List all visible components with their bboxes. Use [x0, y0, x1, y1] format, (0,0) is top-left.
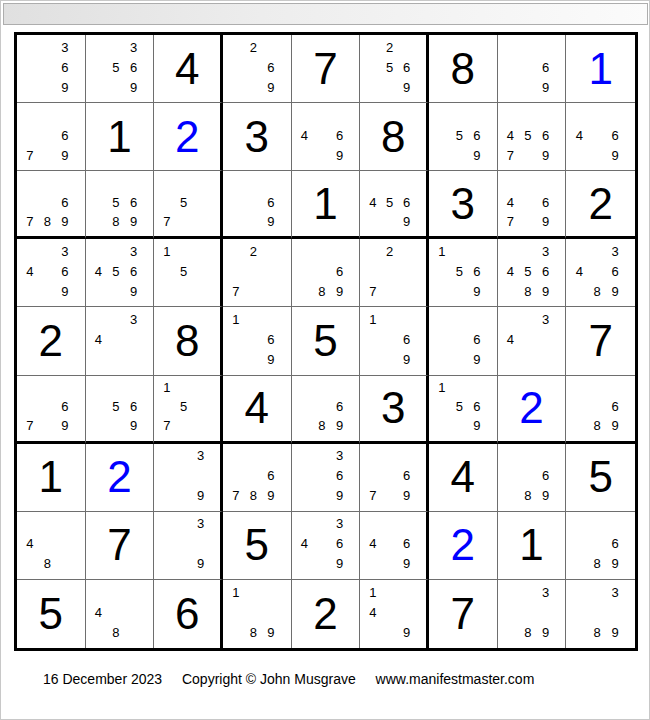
pencil-digit-3: 3 — [192, 446, 209, 466]
pencil-marks: 679 — [21, 378, 74, 436]
pencil-marks: 689 — [296, 241, 349, 301]
given-digit: 8 — [429, 35, 497, 102]
pencil-digit-7: 7 — [21, 416, 39, 435]
pencil-marks: 3569 — [90, 37, 143, 97]
cell-r6c2[interactable]: 569 — [86, 376, 155, 444]
cell-r8c5[interactable]: 3469 — [292, 512, 361, 580]
pencil-digit-8: 8 — [313, 416, 331, 435]
pencil-marks: 469 — [296, 105, 349, 165]
cell-r6c4[interactable]: 4 — [223, 376, 292, 444]
pencil-digit-8: 8 — [107, 623, 125, 643]
pencil-digit-6: 6 — [398, 466, 415, 486]
pencil-digit-8: 8 — [245, 623, 263, 643]
pencil-digit-3: 3 — [606, 241, 624, 261]
pencil-digit-9: 9 — [537, 77, 555, 97]
cell-r7c4[interactable]: 6789 — [223, 444, 292, 512]
pencil-digit-9: 9 — [398, 212, 415, 231]
pencil-digit-9: 9 — [262, 623, 280, 643]
pencil-marks: 6789 — [21, 173, 74, 231]
sudoku-page: { "game": "sudoku", "position": "..4.7.8… — [0, 0, 650, 720]
cell-r7c8[interactable]: 689 — [498, 444, 567, 512]
pencil-marks: 149 — [364, 582, 415, 643]
cell-r4c2[interactable]: 34569 — [86, 239, 155, 307]
pencil-digit-4: 4 — [502, 193, 520, 212]
pencil-digit-9: 9 — [606, 416, 624, 435]
pencil-digit-9: 9 — [398, 554, 415, 574]
cell-r3c6[interactable]: 4569 — [360, 171, 429, 239]
pencil-digit-9: 9 — [262, 350, 280, 370]
pencil-digit-9: 9 — [125, 212, 143, 231]
cell-r4c6[interactable]: 27 — [360, 239, 429, 307]
pencil-digit-9: 9 — [125, 416, 143, 435]
pencil-digit-5: 5 — [107, 261, 125, 281]
pencil-digit-7: 7 — [158, 212, 175, 231]
given-digit: 4 — [223, 376, 291, 441]
cell-r2c9[interactable]: 469 — [566, 103, 635, 171]
pencil-marks: 69 — [227, 173, 280, 231]
pencil-digit-9: 9 — [606, 281, 624, 301]
cell-r8c2[interactable]: 7 — [86, 512, 155, 580]
cell-r1c3[interactable]: 4 — [154, 35, 223, 103]
pencil-digit-8: 8 — [588, 623, 606, 643]
cell-r6c1[interactable]: 679 — [17, 376, 86, 444]
pencil-digit-9: 9 — [56, 212, 74, 231]
given-digit: 4 — [429, 444, 497, 511]
cell-r6c9[interactable]: 689 — [566, 376, 635, 444]
cell-r7c5[interactable]: 369 — [292, 444, 361, 512]
cell-r9c4[interactable]: 189 — [223, 580, 292, 648]
pencil-digit-6: 6 — [606, 125, 624, 145]
pencil-digit-9: 9 — [262, 77, 280, 97]
cell-r7c3[interactable]: 39 — [154, 444, 223, 512]
pencil-digit-4: 4 — [364, 534, 381, 554]
pencil-digit-7: 7 — [21, 212, 39, 231]
pencil-marks: 269 — [227, 37, 280, 97]
pencil-digit-7: 7 — [227, 486, 245, 506]
cell-r9c3[interactable]: 6 — [154, 580, 223, 648]
cell-r8c8[interactable]: 1 — [498, 512, 567, 580]
pencil-digit-9: 9 — [125, 281, 143, 301]
pencil-digit-1: 1 — [227, 309, 245, 329]
pencil-digit-9: 9 — [398, 486, 415, 506]
pencil-digit-9: 9 — [468, 281, 486, 301]
pencil-digit-9: 9 — [606, 623, 624, 643]
cell-r4c5[interactable]: 689 — [292, 239, 361, 307]
pencil-digit-9: 9 — [537, 486, 555, 506]
pencil-digit-9: 9 — [56, 77, 74, 97]
pencil-digit-9: 9 — [537, 281, 555, 301]
pencil-marks: 345689 — [502, 241, 555, 301]
pencil-marks: 679 — [364, 446, 415, 506]
pencil-marks: 389 — [570, 582, 624, 643]
pencil-digit-4: 4 — [90, 602, 108, 622]
cell-r5c9[interactable]: 7 — [566, 307, 635, 375]
pencil-digit-1: 1 — [158, 378, 175, 397]
pencil-digit-9: 9 — [192, 486, 209, 506]
pencil-digit-5: 5 — [519, 261, 537, 281]
given-digit: 7 — [566, 307, 635, 374]
pencil-digit-8: 8 — [588, 554, 606, 574]
pencil-digit-4: 4 — [502, 261, 520, 281]
cell-r5c4[interactable]: 169 — [223, 307, 292, 375]
pencil-digit-6: 6 — [262, 329, 280, 349]
cell-r4c4[interactable]: 27 — [223, 239, 292, 307]
pencil-digit-9: 9 — [262, 212, 280, 231]
pencil-digit-1: 1 — [364, 582, 381, 602]
pencil-digit-6: 6 — [537, 193, 555, 212]
pencil-digit-9: 9 — [398, 350, 415, 370]
pencil-digit-8: 8 — [313, 281, 331, 301]
pencil-digit-9: 9 — [537, 623, 555, 643]
cell-r3c7[interactable]: 3 — [429, 171, 498, 239]
pencil-marks: 34 — [90, 309, 143, 369]
cell-r2c1[interactable]: 679 — [17, 103, 86, 171]
given-digit: 8 — [360, 103, 426, 170]
pencil-digit-9: 9 — [468, 145, 486, 165]
sudoku-board: 3693569426972569869167912346985694567946… — [14, 32, 638, 651]
pencil-digit-6: 6 — [331, 125, 349, 145]
pencil-marks: 34 — [502, 309, 555, 369]
cell-r5c7[interactable]: 69 — [429, 307, 498, 375]
pencil-digit-6: 6 — [398, 329, 415, 349]
pencil-digit-8: 8 — [39, 554, 57, 574]
pencil-digit-4: 4 — [21, 261, 39, 281]
given-digit: 3 — [223, 103, 291, 170]
cell-r7c9[interactable]: 5 — [566, 444, 635, 512]
cell-r9c2[interactable]: 48 — [86, 580, 155, 648]
cell-r8c9[interactable]: 689 — [566, 512, 635, 580]
cell-r1c7[interactable]: 8 — [429, 35, 498, 103]
pencil-marks: 3469 — [21, 241, 74, 301]
pencil-digit-5: 5 — [107, 193, 125, 212]
pencil-marks: 45679 — [502, 105, 555, 165]
given-digit: 1 — [86, 103, 154, 170]
given-digit: 3 — [360, 376, 426, 441]
cell-r1c5[interactable]: 7 — [292, 35, 361, 103]
pencil-digit-3: 3 — [125, 37, 143, 57]
pencil-digit-4: 4 — [296, 125, 314, 145]
pencil-digit-1: 1 — [158, 241, 175, 261]
pencil-digit-8: 8 — [245, 486, 263, 506]
pencil-digit-9: 9 — [331, 281, 349, 301]
cell-r3c2[interactable]: 5689 — [86, 171, 155, 239]
given-digit: 7 — [292, 35, 360, 102]
pencil-digit-6: 6 — [262, 466, 280, 486]
pencil-digit-5: 5 — [175, 397, 192, 416]
cell-r8c3[interactable]: 39 — [154, 512, 223, 580]
cell-r2c8[interactable]: 45679 — [498, 103, 567, 171]
cell-r2c7[interactable]: 569 — [429, 103, 498, 171]
pencil-digit-6: 6 — [537, 125, 555, 145]
pencil-marks: 569 — [433, 105, 486, 165]
cell-r1c9[interactable]: 1 — [566, 35, 635, 103]
cell-r5c6[interactable]: 169 — [360, 307, 429, 375]
cell-r1c4[interactable]: 269 — [223, 35, 292, 103]
pencil-marks: 48 — [90, 582, 143, 643]
cell-r9c5[interactable]: 2 — [292, 580, 361, 648]
title-bar — [3, 3, 648, 25]
cell-r4c1[interactable]: 3469 — [17, 239, 86, 307]
pencil-marks: 69 — [502, 37, 555, 97]
pencil-marks: 169 — [364, 309, 415, 369]
pencil-marks: 689 — [570, 514, 624, 574]
cell-r3c4[interactable]: 69 — [223, 171, 292, 239]
cell-r5c2[interactable]: 34 — [86, 307, 155, 375]
footer-website[interactable]: www.manifestmaster.com — [376, 671, 535, 687]
cell-r6c5[interactable]: 689 — [292, 376, 361, 444]
pencil-digit-9: 9 — [537, 145, 555, 165]
cell-r2c6[interactable]: 8 — [360, 103, 429, 171]
pencil-digit-6: 6 — [606, 534, 624, 554]
cell-r1c8[interactable]: 69 — [498, 35, 567, 103]
given-digit: 2 — [566, 171, 635, 236]
pencil-digit-6: 6 — [125, 193, 143, 212]
cell-r2c3[interactable]: 2 — [154, 103, 223, 171]
pencil-marks: 3469 — [296, 514, 349, 574]
pencil-marks: 189 — [227, 582, 280, 643]
pencil-digit-3: 3 — [192, 514, 209, 534]
cell-r3c3[interactable]: 57 — [154, 171, 223, 239]
pencil-digit-5: 5 — [451, 125, 469, 145]
pencil-marks: 39 — [158, 446, 209, 506]
pencil-digit-9: 9 — [537, 212, 555, 231]
pencil-digit-7: 7 — [502, 145, 520, 165]
pencil-marks: 4679 — [502, 173, 555, 231]
pencil-digit-3: 3 — [331, 446, 349, 466]
pencil-digit-5: 5 — [381, 193, 398, 212]
given-digit: 7 — [86, 512, 154, 579]
pencil-digit-6: 6 — [56, 397, 74, 416]
pencil-marks: 69 — [433, 309, 486, 369]
footer-date: 16 December 2023 — [43, 671, 162, 687]
pencil-digit-8: 8 — [519, 623, 537, 643]
pencil-digit-6: 6 — [262, 57, 280, 77]
pencil-digit-9: 9 — [331, 554, 349, 574]
pencil-digit-5: 5 — [381, 57, 398, 77]
pencil-digit-6: 6 — [56, 57, 74, 77]
cell-r5c1[interactable]: 2 — [17, 307, 86, 375]
cell-r3c1[interactable]: 6789 — [17, 171, 86, 239]
given-digit: 1 — [292, 171, 360, 236]
pencil-digit-3: 3 — [537, 582, 555, 602]
cell-r7c2[interactable]: 2 — [86, 444, 155, 512]
pencil-digit-9: 9 — [468, 350, 486, 370]
cell-r1c2[interactable]: 3569 — [86, 35, 155, 103]
cell-r6c8[interactable]: 2 — [498, 376, 567, 444]
pencil-digit-8: 8 — [519, 486, 537, 506]
pencil-digit-6: 6 — [125, 261, 143, 281]
pencil-digit-7: 7 — [158, 416, 175, 435]
given-digit: 5 — [292, 307, 360, 374]
pencil-digit-6: 6 — [468, 261, 486, 281]
pencil-digit-9: 9 — [331, 486, 349, 506]
pencil-digit-9: 9 — [56, 416, 74, 435]
cell-r1c1[interactable]: 369 — [17, 35, 86, 103]
pencil-digit-3: 3 — [125, 309, 143, 329]
pencil-digit-6: 6 — [331, 466, 349, 486]
pencil-digit-8: 8 — [107, 212, 125, 231]
pencil-marks: 27 — [364, 241, 415, 301]
pencil-digit-5: 5 — [451, 397, 469, 416]
pencil-digit-9: 9 — [56, 145, 74, 165]
pencil-marks: 469 — [364, 514, 415, 574]
pencil-digit-6: 6 — [606, 397, 624, 416]
pencil-digit-9: 9 — [398, 77, 415, 97]
cell-r9c8[interactable]: 389 — [498, 580, 567, 648]
pencil-digit-4: 4 — [364, 602, 381, 622]
cell-r9c7[interactable]: 7 — [429, 580, 498, 648]
pencil-digit-5: 5 — [175, 193, 192, 212]
pencil-marks: 169 — [227, 309, 280, 369]
given-digit: 1 — [498, 512, 566, 579]
pencil-marks: 569 — [90, 378, 143, 436]
pencil-digit-6: 6 — [398, 57, 415, 77]
cell-r8c6[interactable]: 469 — [360, 512, 429, 580]
pencil-digit-3: 3 — [537, 241, 555, 261]
pencil-marks: 689 — [570, 378, 624, 436]
pencil-digit-5: 5 — [175, 261, 192, 281]
pencil-digit-9: 9 — [468, 416, 486, 435]
cell-r2c4[interactable]: 3 — [223, 103, 292, 171]
pencil-digit-6: 6 — [56, 125, 74, 145]
given-digit: 6 — [154, 580, 220, 648]
pencil-digit-7: 7 — [502, 212, 520, 231]
pencil-digit-7: 7 — [21, 145, 39, 165]
cell-r4c7[interactable]: 1569 — [429, 239, 498, 307]
pencil-digit-2: 2 — [381, 241, 398, 261]
cell-r7c7[interactable]: 4 — [429, 444, 498, 512]
cell-r5c8[interactable]: 34 — [498, 307, 567, 375]
pencil-digit-6: 6 — [468, 397, 486, 416]
pencil-digit-6: 6 — [606, 261, 624, 281]
footer-copyright: Copyright © John Musgrave — [182, 671, 356, 687]
cell-r9c9[interactable]: 389 — [566, 580, 635, 648]
cell-r3c8[interactable]: 4679 — [498, 171, 567, 239]
given-digit: 2 — [292, 580, 360, 648]
pencil-marks: 369 — [296, 446, 349, 506]
pencil-digit-3: 3 — [537, 309, 555, 329]
pencil-digit-9: 9 — [262, 486, 280, 506]
cell-r8c1[interactable]: 48 — [17, 512, 86, 580]
pencil-marks: 15 — [158, 241, 209, 301]
given-digit: 1 — [17, 444, 85, 511]
pencil-marks: 48 — [21, 514, 74, 574]
pencil-marks: 27 — [227, 241, 280, 301]
pencil-digit-6: 6 — [56, 193, 74, 212]
pencil-digit-3: 3 — [56, 37, 74, 57]
pencil-digit-1: 1 — [433, 378, 451, 397]
pencil-marks: 34689 — [570, 241, 624, 301]
pencil-digit-9: 9 — [398, 623, 415, 643]
pencil-digit-6: 6 — [331, 397, 349, 416]
cell-r2c2[interactable]: 1 — [86, 103, 155, 171]
given-digit: 2 — [17, 307, 85, 374]
cell-r8c7[interactable]: 2 — [429, 512, 498, 580]
pencil-digit-4: 4 — [570, 261, 588, 281]
pencil-digit-4: 4 — [570, 125, 588, 145]
pencil-digit-8: 8 — [588, 416, 606, 435]
pencil-marks: 679 — [21, 105, 74, 165]
given-digit: 5 — [566, 444, 635, 511]
pencil-digit-4: 4 — [364, 193, 381, 212]
cell-r3c5[interactable]: 1 — [292, 171, 361, 239]
cell-r7c6[interactable]: 679 — [360, 444, 429, 512]
given-digit: 3 — [429, 171, 497, 236]
cell-r4c8[interactable]: 345689 — [498, 239, 567, 307]
pencil-marks: 389 — [502, 582, 555, 643]
pencil-digit-9: 9 — [192, 554, 209, 574]
pencil-digit-1: 1 — [364, 309, 381, 329]
given-digit: 5 — [17, 580, 85, 648]
pencil-digit-3: 3 — [56, 241, 74, 261]
pencil-digit-6: 6 — [537, 57, 555, 77]
pencil-marks: 469 — [570, 105, 624, 165]
pencil-digit-4: 4 — [90, 329, 108, 349]
given-digit: 7 — [429, 580, 497, 648]
given-digit: 8 — [154, 307, 220, 374]
pencil-digit-4: 4 — [90, 261, 108, 281]
pencil-digit-2: 2 — [245, 37, 263, 57]
cell-r4c3[interactable]: 15 — [154, 239, 223, 307]
pencil-digit-2: 2 — [381, 37, 398, 57]
cell-r6c6[interactable]: 3 — [360, 376, 429, 444]
pencil-digit-9: 9 — [331, 416, 349, 435]
cell-r9c1[interactable]: 5 — [17, 580, 86, 648]
pencil-digit-6: 6 — [262, 193, 280, 212]
pencil-digit-5: 5 — [451, 261, 469, 281]
pencil-digit-5: 5 — [107, 57, 125, 77]
pencil-marks: 369 — [21, 37, 74, 97]
pencil-marks: 157 — [158, 378, 209, 436]
cell-r9c6[interactable]: 149 — [360, 580, 429, 648]
cell-r6c7[interactable]: 1569 — [429, 376, 498, 444]
footer: 16 December 2023 Copyright © John Musgra… — [43, 671, 534, 687]
pencil-digit-6: 6 — [398, 534, 415, 554]
cell-r4c9[interactable]: 34689 — [566, 239, 635, 307]
pencil-digit-6: 6 — [56, 261, 74, 281]
pencil-digit-1: 1 — [433, 241, 451, 261]
pencil-digit-9: 9 — [606, 554, 624, 574]
pencil-digit-4: 4 — [502, 329, 520, 349]
cell-r5c5[interactable]: 5 — [292, 307, 361, 375]
cell-r2c5[interactable]: 469 — [292, 103, 361, 171]
pencil-digit-7: 7 — [364, 486, 381, 506]
pencil-digit-2: 2 — [245, 241, 263, 261]
entered-digit: 2 — [154, 103, 220, 170]
pencil-digit-6: 6 — [537, 466, 555, 486]
cell-r1c6[interactable]: 2569 — [360, 35, 429, 103]
cell-r3c9[interactable]: 2 — [566, 171, 635, 239]
entered-digit: 2 — [429, 512, 497, 579]
pencil-digit-6: 6 — [398, 193, 415, 212]
given-digit: 5 — [223, 512, 291, 579]
pencil-digit-8: 8 — [39, 212, 57, 231]
entered-digit: 1 — [566, 35, 635, 102]
pencil-marks: 57 — [158, 173, 209, 231]
pencil-digit-8: 8 — [588, 281, 606, 301]
pencil-digit-9: 9 — [125, 77, 143, 97]
cell-r6c3[interactable]: 157 — [154, 376, 223, 444]
pencil-marks: 6789 — [227, 446, 280, 506]
pencil-digit-4: 4 — [502, 125, 520, 145]
pencil-digit-3: 3 — [331, 514, 349, 534]
cell-r8c4[interactable]: 5 — [223, 512, 292, 580]
pencil-digit-6: 6 — [468, 329, 486, 349]
pencil-marks: 34569 — [90, 241, 143, 301]
cell-r7c1[interactable]: 1 — [17, 444, 86, 512]
cell-r5c3[interactable]: 8 — [154, 307, 223, 375]
pencil-digit-3: 3 — [125, 241, 143, 261]
